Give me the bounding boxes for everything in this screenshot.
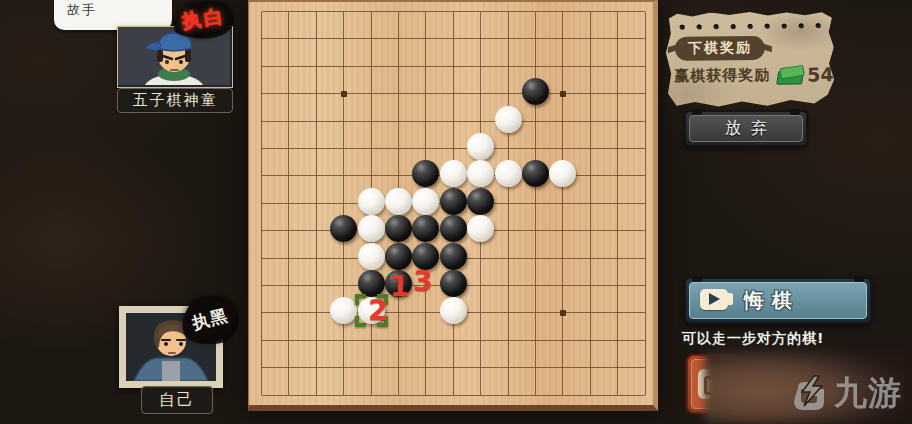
move-number-annotation: 1 (390, 273, 409, 301)
black-stone (440, 243, 467, 270)
black-stone (440, 270, 467, 297)
black-stone (522, 160, 549, 187)
self-name-plate: 自己 (141, 386, 213, 414)
money-stack-icon (777, 66, 802, 82)
black-stone (522, 78, 549, 105)
white-stone (495, 106, 522, 133)
black-stone (440, 188, 467, 215)
white-stone (358, 215, 385, 242)
watermark-text: 九游 (834, 371, 902, 416)
black-stone (330, 215, 357, 242)
white-stone (467, 215, 494, 242)
white-stone (358, 188, 385, 215)
star-point (560, 91, 566, 97)
undo-move-button[interactable]: 悔棋 (684, 277, 872, 324)
black-stone (412, 160, 439, 187)
video-camera-icon (700, 289, 728, 310)
white-stone (412, 188, 439, 215)
white-stone (440, 160, 467, 187)
white-stone (549, 160, 576, 187)
game-screen: 123 故手 执白 五子棋神童 (0, 0, 912, 424)
reward-panel: 下棋奖励 赢棋获得奖励 54 (666, 11, 835, 108)
white-stone (467, 160, 494, 187)
parchment-holes (680, 23, 821, 29)
watermark: 九游 (788, 371, 902, 416)
white-stone (330, 297, 357, 324)
black-stone (358, 270, 385, 297)
move-number-annotation: 3 (413, 268, 432, 296)
gomoku-board[interactable]: 123 (248, 0, 658, 411)
opponent-avatar (117, 26, 233, 88)
opponent-name-plate: 五子棋神童 (117, 88, 233, 113)
give-up-button[interactable]: 放弃 (684, 110, 808, 147)
black-stone (467, 188, 494, 215)
white-stone (385, 188, 412, 215)
star-point (341, 91, 347, 97)
black-stone (412, 215, 439, 242)
reward-amount: 54 (807, 63, 834, 85)
reward-title: 下棋奖励 (675, 36, 765, 61)
move-number-annotation: 2 (368, 297, 387, 325)
reward-line: 赢棋获得奖励 54 (674, 63, 834, 87)
black-stone (385, 243, 412, 270)
black-stone (385, 215, 412, 242)
opponent-avatar-illustration (118, 27, 230, 85)
black-stone (440, 215, 467, 242)
white-stone (495, 160, 522, 187)
white-stone (467, 133, 494, 160)
white-stone (358, 243, 385, 270)
skill-tip-text: 可以走一步对方的棋! (682, 330, 824, 348)
star-point (560, 310, 566, 316)
white-stone (440, 297, 467, 324)
nine-game-logo-icon (788, 374, 830, 414)
speech-text: 故手 (67, 1, 97, 19)
